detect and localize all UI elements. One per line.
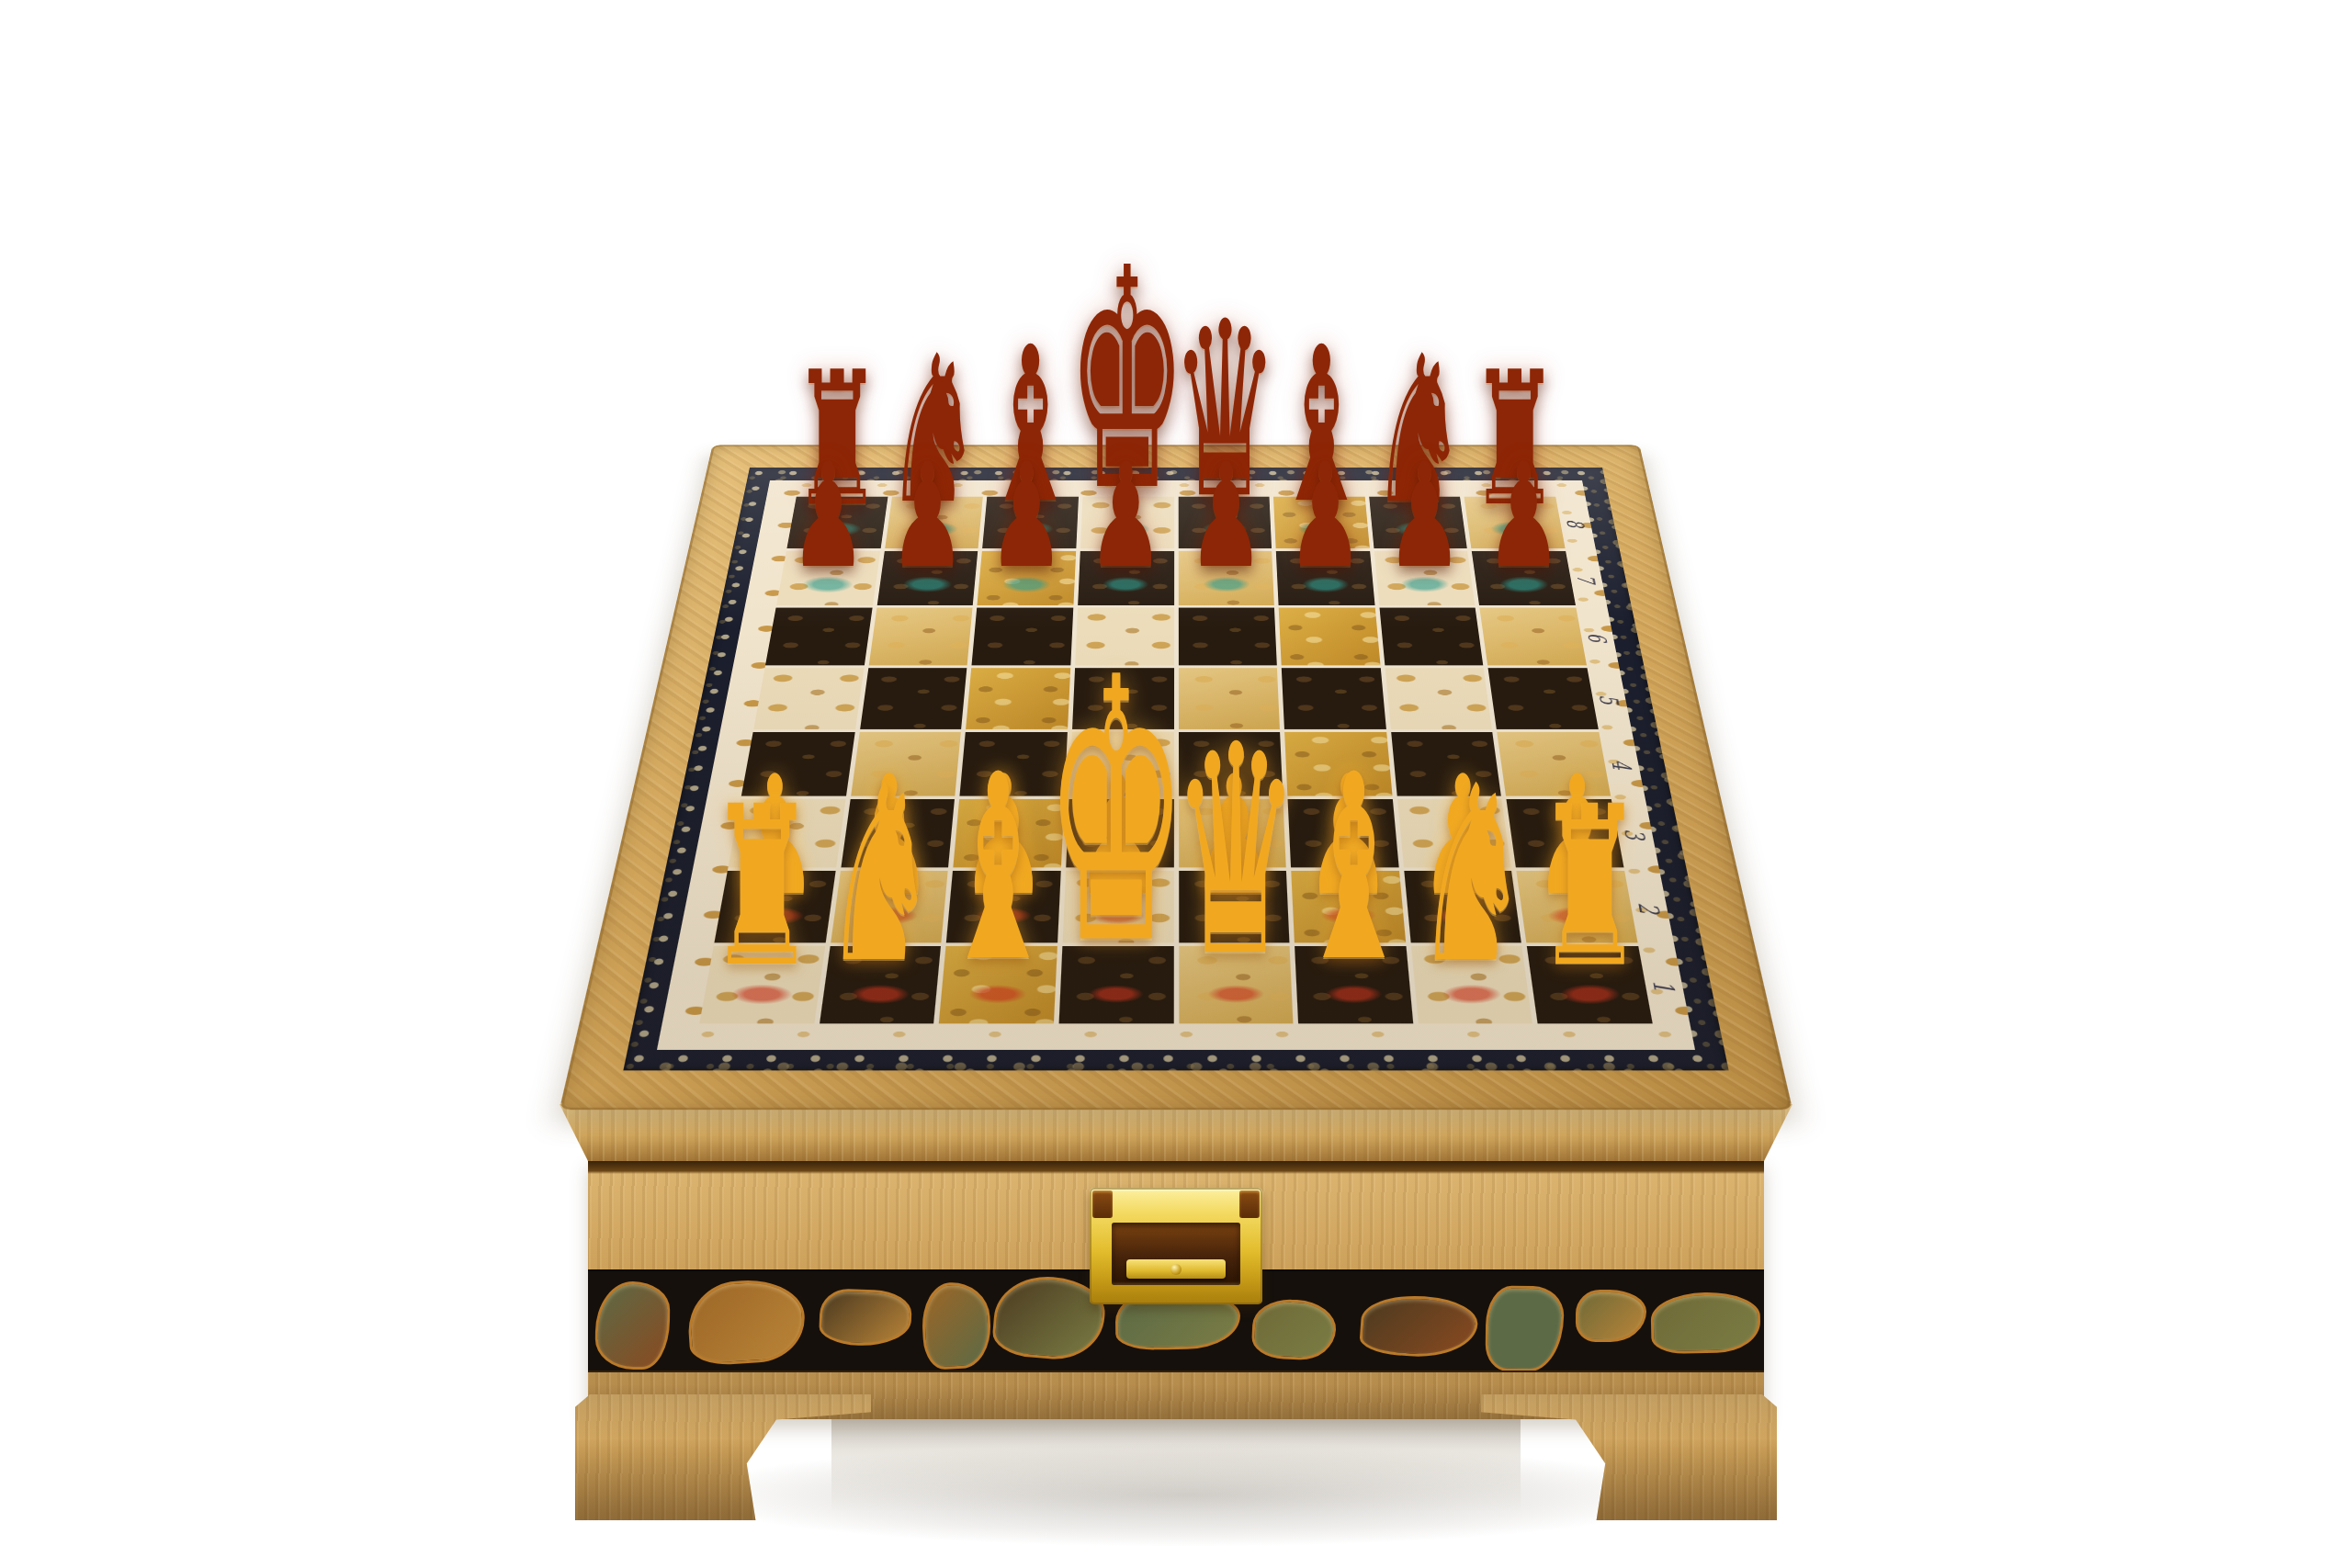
amber-slab <box>1358 1292 1478 1361</box>
rank-label: 6 <box>1582 630 1611 646</box>
board-cell[interactable] <box>765 608 872 666</box>
board-cell[interactable] <box>1279 608 1380 666</box>
rank-label: 1 <box>1645 976 1680 997</box>
amber-slab <box>920 1280 993 1371</box>
amber-slab <box>819 1288 912 1347</box>
light-rook[interactable]: ♜ <box>1535 776 1644 997</box>
light-bishop[interactable]: ♝ <box>939 741 1057 998</box>
dark-pawn[interactable]: ♟ <box>1088 444 1164 589</box>
clasp-screw <box>1170 1264 1182 1275</box>
board-cell[interactable] <box>1379 608 1483 666</box>
light-rook[interactable]: ♜ <box>707 776 816 997</box>
dark-pawn[interactable]: ♟ <box>1486 444 1562 589</box>
board-cell[interactable] <box>1488 668 1599 728</box>
board-cell[interactable] <box>1480 608 1587 666</box>
dark-pawn[interactable]: ♟ <box>889 444 966 589</box>
amber-slab <box>1251 1298 1338 1361</box>
dark-pawn[interactable]: ♟ <box>1287 444 1363 589</box>
light-queen[interactable]: ♛ <box>1171 707 1300 998</box>
amber-slab <box>1485 1285 1564 1371</box>
dark-pawn[interactable]: ♟ <box>989 444 1065 589</box>
dark-pawn[interactable]: ♟ <box>1188 444 1264 589</box>
board-cell[interactable] <box>868 608 972 666</box>
light-king[interactable]: ♚ <box>1045 633 1188 997</box>
clasp-bail[interactable] <box>1126 1259 1226 1279</box>
light-bishop[interactable]: ♝ <box>1295 741 1412 998</box>
light-knight[interactable]: ♞ <box>1414 754 1530 998</box>
dark-pawn[interactable]: ♟ <box>790 444 866 589</box>
rank-label: 7 <box>1571 571 1600 586</box>
amber-slab <box>1576 1289 1646 1342</box>
amber-slab <box>595 1281 671 1371</box>
dark-pawn[interactable]: ♟ <box>1386 444 1463 589</box>
amber-slab <box>1651 1291 1761 1354</box>
amber-slab <box>685 1277 808 1367</box>
board-cell[interactable] <box>753 668 864 728</box>
light-knight[interactable]: ♞ <box>822 754 938 998</box>
floor-between-feet <box>831 1415 1521 1523</box>
board-cell[interactable] <box>1178 608 1277 666</box>
product-photo-scene: 87654321 ♜♞♝♚♛♝♞♜♟♟♟♟♟♟♟♟♟♟♟♟♟♟♟♟♜♞♝♚♛♝♞… <box>0 0 2352 1568</box>
rank-label: 8 <box>1561 516 1589 530</box>
rank-label: 5 <box>1593 692 1623 708</box>
